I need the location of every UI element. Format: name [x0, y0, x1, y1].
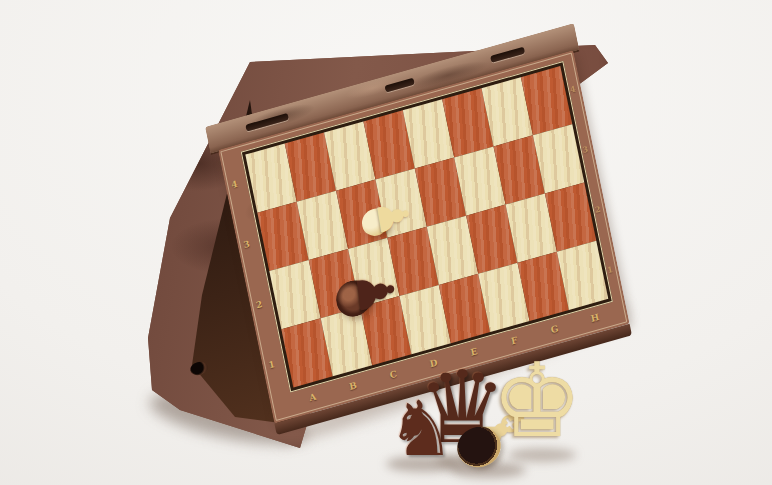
- rank-label-left-1: 1: [268, 359, 276, 370]
- rank-label-right-2: 2: [594, 204, 601, 215]
- light-king-icon: ♚: [491, 350, 582, 452]
- file-label-h: H: [590, 312, 600, 324]
- rank-label-left-4: 4: [230, 179, 238, 190]
- file-label-b: B: [348, 380, 357, 392]
- file-label-c: C: [389, 369, 398, 381]
- rank-label-left-2: 2: [255, 299, 263, 310]
- product-photo-scene: 4 3 2 1 4 3 2 1 A B C D E F G H ♟: [0, 0, 772, 485]
- rank-label-left-3: 3: [243, 239, 251, 250]
- rank-label-right-4: 4: [569, 84, 576, 95]
- file-label-g: G: [550, 323, 559, 335]
- hinge-slot-icon: [245, 113, 289, 132]
- black-pawn-icon: ♟: [348, 265, 403, 319]
- hinge-slot-icon: [490, 47, 525, 63]
- rank-label-right-1: 1: [606, 264, 613, 275]
- dark-knight-icon: ♞: [387, 391, 455, 467]
- file-label-a: A: [308, 392, 317, 404]
- rank-label-right-3: 3: [582, 144, 589, 155]
- hinge-slot-icon: [385, 78, 415, 93]
- white-pawn-icon: ♟: [369, 193, 416, 240]
